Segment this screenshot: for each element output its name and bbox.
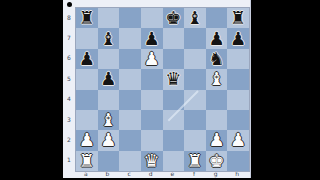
square-b2[interactable]: ♟ xyxy=(98,130,120,150)
square-e6[interactable] xyxy=(163,49,185,69)
piece-white-pawn-g2[interactable]: ♟ xyxy=(208,131,224,149)
piece-white-bishop-g5[interactable]: ♝ xyxy=(208,70,224,88)
square-g7[interactable]: ♟ xyxy=(206,28,228,48)
chess-board: ♜♚♝♜♝♟♟♟♟♟♞♟♛♝♝♟♟♟♟♜♛♜♚ xyxy=(75,7,250,172)
piece-white-pawn-d6[interactable]: ♟ xyxy=(144,50,160,68)
square-a2[interactable]: ♟ xyxy=(76,130,98,150)
piece-black-rook-h8[interactable]: ♜ xyxy=(230,9,246,27)
square-b3[interactable]: ♝ xyxy=(98,110,120,130)
square-f7[interactable] xyxy=(184,28,206,48)
rank-label-1: 1 xyxy=(63,150,75,170)
piece-black-pawn-h7[interactable]: ♟ xyxy=(230,30,246,48)
square-a5[interactable] xyxy=(76,69,98,89)
square-f6[interactable] xyxy=(184,49,206,69)
square-h6[interactable] xyxy=(227,49,249,69)
piece-black-pawn-g7[interactable]: ♟ xyxy=(208,30,224,48)
square-d5[interactable] xyxy=(141,69,163,89)
square-g4[interactable] xyxy=(206,90,228,110)
piece-black-bishop-f8[interactable]: ♝ xyxy=(187,9,203,27)
square-a4[interactable] xyxy=(76,90,98,110)
square-h3[interactable] xyxy=(227,110,249,130)
square-d1[interactable]: ♛ xyxy=(141,151,163,171)
square-h4[interactable] xyxy=(227,90,249,110)
square-c2[interactable] xyxy=(119,130,141,150)
square-a8[interactable]: ♜ xyxy=(76,8,98,28)
square-g6[interactable]: ♞ xyxy=(206,49,228,69)
square-e7[interactable] xyxy=(163,28,185,48)
piece-white-rook-f1[interactable]: ♜ xyxy=(187,152,203,170)
piece-black-bishop-b7[interactable]: ♝ xyxy=(100,30,116,48)
piece-black-knight-g6[interactable]: ♞ xyxy=(208,50,224,68)
square-h5[interactable] xyxy=(227,69,249,89)
square-c5[interactable] xyxy=(119,69,141,89)
piece-white-bishop-b3[interactable]: ♝ xyxy=(100,111,116,129)
square-c8[interactable] xyxy=(119,8,141,28)
square-a7[interactable] xyxy=(76,28,98,48)
square-f3[interactable] xyxy=(184,110,206,130)
piece-white-rook-a1[interactable]: ♜ xyxy=(79,152,95,170)
square-d7[interactable]: ♟ xyxy=(141,28,163,48)
piece-black-rook-a8[interactable]: ♜ xyxy=(79,9,95,27)
square-h2[interactable]: ♟ xyxy=(227,130,249,150)
rank-label-7: 7 xyxy=(63,27,75,47)
rank-label-5: 5 xyxy=(63,68,75,88)
square-d8[interactable] xyxy=(141,8,163,28)
square-c1[interactable] xyxy=(119,151,141,171)
square-g3[interactable] xyxy=(206,110,228,130)
piece-white-pawn-a2[interactable]: ♟ xyxy=(79,131,95,149)
square-h7[interactable]: ♟ xyxy=(227,28,249,48)
square-e2[interactable] xyxy=(163,130,185,150)
square-g8[interactable] xyxy=(206,8,228,28)
square-c4[interactable] xyxy=(119,90,141,110)
rank-label-3: 3 xyxy=(63,109,75,129)
square-g5[interactable]: ♝ xyxy=(206,69,228,89)
square-d2[interactable] xyxy=(141,130,163,150)
square-f8[interactable]: ♝ xyxy=(184,8,206,28)
square-c6[interactable] xyxy=(119,49,141,69)
square-h1[interactable] xyxy=(227,151,249,171)
piece-white-pawn-b2[interactable]: ♟ xyxy=(100,131,116,149)
piece-black-pawn-a6[interactable]: ♟ xyxy=(79,50,95,68)
square-a3[interactable] xyxy=(76,110,98,130)
square-g2[interactable]: ♟ xyxy=(206,130,228,150)
square-e8[interactable]: ♚ xyxy=(163,8,185,28)
square-g1[interactable]: ♚ xyxy=(206,151,228,171)
square-e5[interactable]: ♛ xyxy=(163,69,185,89)
square-f1[interactable]: ♜ xyxy=(184,151,206,171)
rank-label-8: 8 xyxy=(63,7,75,27)
square-b5[interactable]: ♟ xyxy=(98,69,120,89)
square-h8[interactable]: ♜ xyxy=(227,8,249,28)
square-b7[interactable]: ♝ xyxy=(98,28,120,48)
rank-labels: 87654321 xyxy=(63,7,75,170)
rank-label-4: 4 xyxy=(63,89,75,109)
square-d4[interactable] xyxy=(141,90,163,110)
square-f2[interactable] xyxy=(184,130,206,150)
letterboxed-stage: 87654321 abcdefgh ♜♚♝♜♝♟♟♟♟♟♞♟♛♝♝♟♟♟♟♜♛♜… xyxy=(0,0,320,180)
piece-black-queen-e5[interactable]: ♛ xyxy=(165,70,181,88)
piece-black-pawn-d7[interactable]: ♟ xyxy=(144,30,160,48)
square-a1[interactable]: ♜ xyxy=(76,151,98,171)
rank-label-2: 2 xyxy=(63,129,75,149)
square-a6[interactable]: ♟ xyxy=(76,49,98,69)
square-b4[interactable] xyxy=(98,90,120,110)
square-d3[interactable] xyxy=(141,110,163,130)
chess-board-frame: 87654321 abcdefgh ♜♚♝♜♝♟♟♟♟♟♞♟♛♝♝♟♟♟♟♜♛♜… xyxy=(63,0,251,178)
piece-black-pawn-b5[interactable]: ♟ xyxy=(100,70,116,88)
square-b6[interactable] xyxy=(98,49,120,69)
square-f5[interactable] xyxy=(184,69,206,89)
rank-label-6: 6 xyxy=(63,48,75,68)
square-b1[interactable] xyxy=(98,151,120,171)
square-b8[interactable] xyxy=(98,8,120,28)
square-c7[interactable] xyxy=(119,28,141,48)
square-d6[interactable]: ♟ xyxy=(141,49,163,69)
piece-white-pawn-h2[interactable]: ♟ xyxy=(230,131,246,149)
piece-white-queen-d1[interactable]: ♛ xyxy=(144,152,160,170)
square-e1[interactable] xyxy=(163,151,185,171)
piece-white-king-g1[interactable]: ♚ xyxy=(208,152,224,170)
piece-black-king-e8[interactable]: ♚ xyxy=(165,9,181,27)
square-c3[interactable] xyxy=(119,110,141,130)
